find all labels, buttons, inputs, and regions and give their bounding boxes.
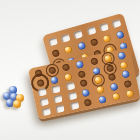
orange-marble [103,34,112,43]
square-hole [61,33,71,42]
square-hole [70,101,79,110]
round-hole [84,98,92,106]
blue-marble [82,89,90,97]
round-hole [62,64,70,72]
orange-marble [120,61,128,69]
orange-marble [126,89,134,97]
square-hole [68,92,77,101]
square-hole [38,88,47,97]
orange-marble [96,86,104,94]
square-hole [52,85,61,94]
square-hole [73,29,83,38]
round-hole [90,37,99,46]
square-hole [86,26,96,35]
photo-scene [0,0,140,140]
square-hole [54,95,63,104]
square-hole [66,82,75,91]
round-hole [52,49,61,58]
blue-marble [118,52,126,60]
blue-marble [110,83,118,91]
square-hole [40,98,49,107]
round-hole [78,70,86,78]
round-hole [80,79,88,87]
round-hole [124,80,132,88]
board-cell [122,87,138,99]
square-hole [56,104,65,113]
square-hole [112,18,122,27]
round-hole [90,58,98,66]
blue-marble [76,61,84,69]
square-hole [99,22,109,31]
blue-marble [77,41,86,50]
loose-marble-orange [13,100,21,108]
orange-marble [64,73,72,81]
square-hole [48,37,58,46]
front-board [28,47,140,119]
round-hole [108,74,116,82]
orange-marble [112,92,120,100]
blue-marble [98,95,106,103]
blue-marble [116,30,125,39]
blue-marble [122,71,130,79]
blue-marble [50,76,58,84]
orange-marble [64,45,73,54]
square-hole [42,107,51,116]
